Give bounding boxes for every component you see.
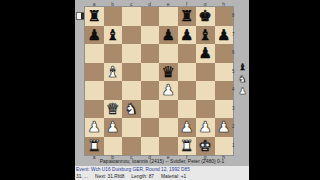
square-f3	[178, 100, 197, 119]
square-a2: ♟	[85, 118, 104, 137]
square-d3	[141, 100, 160, 119]
square-c2	[122, 118, 141, 137]
rank-label: 7	[232, 26, 237, 45]
piece-white-king: ♚	[199, 137, 212, 156]
piece-black-pawn: ♟	[88, 26, 101, 45]
material-white-knight-icon: ♞	[238, 73, 246, 85]
video-frame: abcdefgh ♜♜♚♟♝♟♟♝♟♟♝♛♟♛♞♟♟♟♟♟♜♜♚ 8765432…	[0, 0, 320, 180]
square-d4	[141, 81, 160, 100]
piece-white-knight: ♞	[125, 100, 138, 119]
material-difference-panel: ♝♞♟	[236, 61, 249, 97]
square-h4	[215, 81, 234, 100]
square-g2: ♟	[196, 118, 215, 137]
square-f1: ♜	[178, 137, 197, 156]
square-h2: ♟	[215, 118, 234, 137]
rank-label: 1	[232, 137, 237, 156]
square-g5	[196, 63, 215, 82]
square-g7: ♝	[196, 26, 215, 45]
square-c5	[122, 63, 141, 82]
square-e3	[159, 100, 178, 119]
square-h5	[215, 63, 234, 82]
square-b4	[104, 81, 123, 100]
piece-white-queen: ♛	[106, 100, 119, 119]
square-g4	[196, 81, 215, 100]
square-b3: ♛	[104, 100, 123, 119]
piece-white-bishop: ♝	[106, 63, 119, 82]
move-info-line: 31. ...Next: 31.Rfd8Length: 87Material: …	[76, 174, 249, 180]
game-info-strip: Event: Wch U16 Duisburg GER, Round 12, 1…	[75, 166, 249, 180]
piece-black-king: ♚	[199, 7, 212, 26]
material-black-bishop-icon: ♝	[238, 61, 246, 73]
piece-black-bishop: ♝	[199, 26, 212, 45]
square-c3: ♞	[122, 100, 141, 119]
square-g6: ♟	[196, 44, 215, 63]
square-e2	[159, 118, 178, 137]
letterbox-right	[249, 0, 320, 180]
square-h8	[215, 7, 234, 26]
piece-black-queen: ♛	[162, 63, 175, 82]
square-b1	[104, 137, 123, 156]
square-f6	[178, 44, 197, 63]
square-f8: ♜	[178, 7, 197, 26]
piece-white-pawn: ♟	[199, 118, 212, 137]
info-token: Material: +1	[161, 174, 186, 180]
rank-label: 2	[232, 118, 237, 137]
square-b5: ♝	[104, 63, 123, 82]
piece-white-pawn: ♟	[106, 118, 119, 137]
chess-panel: abcdefgh ♜♜♚♟♝♟♟♝♟♟♝♛♟♛♞♟♟♟♟♟♜♜♚ 8765432…	[75, 0, 249, 180]
square-g3	[196, 100, 215, 119]
square-h3	[215, 100, 234, 119]
square-f5	[178, 63, 197, 82]
square-h1	[215, 137, 234, 156]
rank-label: 8	[232, 7, 237, 26]
square-b7: ♝	[104, 26, 123, 45]
piece-black-pawn: ♟	[180, 26, 193, 45]
info-token: Length: 87	[131, 174, 154, 180]
square-e1	[159, 137, 178, 156]
piece-black-rook: ♜	[180, 7, 193, 26]
info-token: 31. ...	[76, 174, 88, 180]
square-a5	[85, 63, 104, 82]
piece-black-pawn: ♟	[162, 26, 175, 45]
square-b2: ♟	[104, 118, 123, 137]
players-caption: Papaioannou, Ioannis (2415) -- Svidler, …	[75, 158, 249, 164]
piece-white-pawn: ♟	[88, 118, 101, 137]
square-d5	[141, 63, 160, 82]
square-d7	[141, 26, 160, 45]
event-info-line: Event: Wch U16 Duisburg GER, Round 12, 1…	[76, 167, 249, 173]
square-c8	[122, 7, 141, 26]
piece-black-pawn: ♟	[199, 44, 212, 63]
letterbox-left	[0, 0, 75, 180]
piece-black-bishop: ♝	[106, 26, 119, 45]
square-c1	[122, 137, 141, 156]
square-f7: ♟	[178, 26, 197, 45]
rank-label: 6	[232, 44, 237, 63]
info-token: Next: 31.Rfd8	[95, 174, 124, 180]
square-h7: ♟	[215, 26, 234, 45]
square-e5: ♛	[159, 63, 178, 82]
square-e7: ♟	[159, 26, 178, 45]
square-f4	[178, 81, 197, 100]
square-a3	[85, 100, 104, 119]
piece-black-pawn: ♟	[217, 26, 230, 45]
square-d6	[141, 44, 160, 63]
piece-white-pawn: ♟	[162, 81, 175, 100]
square-a1: ♜	[85, 137, 104, 156]
piece-white-pawn: ♟	[217, 118, 230, 137]
square-b6	[104, 44, 123, 63]
square-d1	[141, 137, 160, 156]
piece-white-rook: ♜	[88, 137, 101, 156]
square-a4	[85, 81, 104, 100]
square-a7: ♟	[85, 26, 104, 45]
rank-label: 3	[232, 100, 237, 119]
square-c6	[122, 44, 141, 63]
square-f2: ♟	[178, 118, 197, 137]
square-d2	[141, 118, 160, 137]
square-e4: ♟	[159, 81, 178, 100]
piece-white-pawn: ♟	[180, 118, 193, 137]
piece-black-rook: ♜	[88, 7, 101, 26]
square-e6	[159, 44, 178, 63]
square-c7	[122, 26, 141, 45]
piece-white-rook: ♜	[180, 137, 193, 156]
square-b8	[104, 7, 123, 26]
square-a8: ♜	[85, 7, 104, 26]
square-e8	[159, 7, 178, 26]
square-a6	[85, 44, 104, 63]
chess-board: ♜♜♚♟♝♟♟♝♟♟♝♛♟♛♞♟♟♟♟♟♜♜♚	[85, 7, 233, 155]
square-g1: ♚	[196, 137, 215, 156]
square-g8: ♚	[196, 7, 215, 26]
square-h6	[215, 44, 234, 63]
square-d8	[141, 7, 160, 26]
material-white-pawn-icon: ♟	[238, 85, 246, 97]
square-c4	[122, 81, 141, 100]
